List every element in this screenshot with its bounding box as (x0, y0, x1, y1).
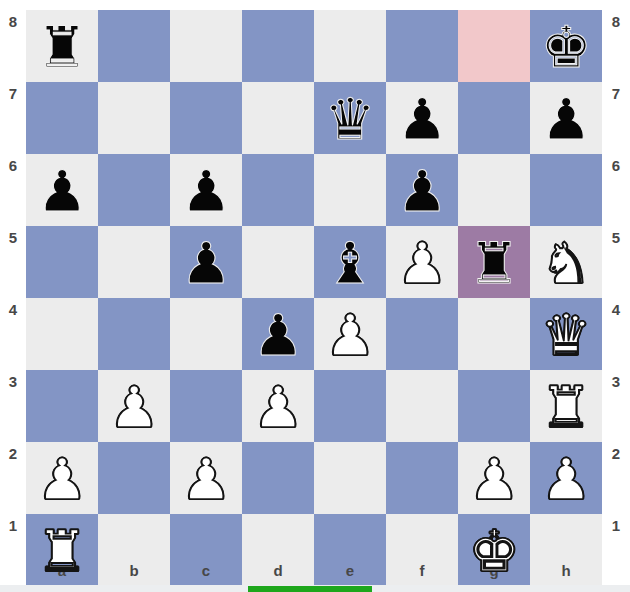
white-rook-a1[interactable]: ♜ (26, 514, 98, 586)
white-king-g1[interactable]: ♚ (458, 514, 530, 586)
chess-board-app: 87654321 ♜♚♛♟♟♟♟♟♟♝♟♜♞♟♟♛♟♟♜♟♟♟♟a♜bcdefg… (0, 0, 630, 592)
rank-label-4-left: 4 (0, 298, 26, 370)
square-a1[interactable]: a♜ (26, 514, 98, 586)
square-h4[interactable]: ♛ (530, 298, 602, 370)
square-e3[interactable] (314, 370, 386, 442)
square-g1[interactable]: g♚ (458, 514, 530, 586)
square-b5[interactable] (98, 226, 170, 298)
square-h1[interactable]: h (530, 514, 602, 586)
square-d1[interactable]: d (242, 514, 314, 586)
square-h7[interactable]: ♟ (530, 82, 602, 154)
square-a7[interactable] (26, 82, 98, 154)
square-c5[interactable]: ♟ (170, 226, 242, 298)
square-d7[interactable] (242, 82, 314, 154)
rank-label-2-right: 2 (602, 442, 630, 514)
square-e7[interactable]: ♛ (314, 82, 386, 154)
square-d8[interactable] (242, 10, 314, 82)
square-e1[interactable]: e (314, 514, 386, 586)
square-e6[interactable] (314, 154, 386, 226)
square-f7[interactable]: ♟ (386, 82, 458, 154)
file-label-d: d (242, 562, 314, 579)
white-rook-h3[interactable]: ♜ (530, 370, 602, 442)
square-d3[interactable]: ♟ (242, 370, 314, 442)
white-pawn-g2[interactable]: ♟ (458, 442, 530, 514)
square-c3[interactable] (170, 370, 242, 442)
square-d2[interactable] (242, 442, 314, 514)
square-a4[interactable] (26, 298, 98, 370)
rank-label-2-left: 2 (0, 442, 26, 514)
rank-label-7-right: 7 (602, 82, 630, 154)
rank-label-6-left: 6 (0, 154, 26, 226)
square-c1[interactable]: c (170, 514, 242, 586)
square-a3[interactable] (26, 370, 98, 442)
rank-label-3-left: 3 (0, 370, 26, 442)
black-pawn-f6[interactable]: ♟ (386, 154, 458, 226)
square-c4[interactable] (170, 298, 242, 370)
square-a6[interactable]: ♟ (26, 154, 98, 226)
square-g4[interactable] (458, 298, 530, 370)
white-pawn-b3[interactable]: ♟ (98, 370, 170, 442)
black-pawn-f7[interactable]: ♟ (386, 82, 458, 154)
rank-labels-left: 87654321 (0, 10, 26, 586)
square-c8[interactable] (170, 10, 242, 82)
square-g3[interactable] (458, 370, 530, 442)
black-pawn-d4[interactable]: ♟ (242, 298, 314, 370)
file-label-c: c (170, 562, 242, 579)
white-pawn-c2[interactable]: ♟ (170, 442, 242, 514)
square-e4[interactable]: ♟ (314, 298, 386, 370)
white-knight-h5[interactable]: ♞ (530, 226, 602, 298)
square-h2[interactable]: ♟ (530, 442, 602, 514)
progress-fill (248, 586, 372, 592)
black-pawn-c5[interactable]: ♟ (170, 226, 242, 298)
square-b7[interactable] (98, 82, 170, 154)
square-f5[interactable]: ♟ (386, 226, 458, 298)
square-d4[interactable]: ♟ (242, 298, 314, 370)
square-d6[interactable] (242, 154, 314, 226)
black-pawn-c6[interactable]: ♟ (170, 154, 242, 226)
rank-label-6-right: 6 (602, 154, 630, 226)
square-f4[interactable] (386, 298, 458, 370)
file-label-e: e (314, 562, 386, 579)
black-rook-g5[interactable]: ♜ (458, 226, 530, 298)
black-pawn-a6[interactable]: ♟ (26, 154, 98, 226)
white-pawn-d3[interactable]: ♟ (242, 370, 314, 442)
rank-label-5-right: 5 (602, 226, 630, 298)
black-pawn-h7[interactable]: ♟ (530, 82, 602, 154)
rank-label-3-right: 3 (602, 370, 630, 442)
white-queen-h4[interactable]: ♛ (530, 298, 602, 370)
square-f1[interactable]: f (386, 514, 458, 586)
black-bishop-e5[interactable]: ♝ (314, 226, 386, 298)
rank-label-4-right: 4 (602, 298, 630, 370)
square-h5[interactable]: ♞ (530, 226, 602, 298)
square-f2[interactable] (386, 442, 458, 514)
square-b4[interactable] (98, 298, 170, 370)
square-g2[interactable]: ♟ (458, 442, 530, 514)
square-b1[interactable]: b (98, 514, 170, 586)
square-a8[interactable]: ♜ (26, 10, 98, 82)
file-label-b: b (98, 562, 170, 579)
square-h8[interactable]: ♚ (530, 10, 602, 82)
square-e5[interactable]: ♝ (314, 226, 386, 298)
square-c2[interactable]: ♟ (170, 442, 242, 514)
square-b2[interactable] (98, 442, 170, 514)
square-g7[interactable] (458, 82, 530, 154)
white-pawn-a2[interactable]: ♟ (26, 442, 98, 514)
square-f6[interactable]: ♟ (386, 154, 458, 226)
rank-label-1-right: 1 (602, 514, 630, 586)
square-c6[interactable]: ♟ (170, 154, 242, 226)
square-e8[interactable] (314, 10, 386, 82)
square-a2[interactable]: ♟ (26, 442, 98, 514)
square-f3[interactable] (386, 370, 458, 442)
black-rook-a8[interactable]: ♜ (26, 10, 98, 82)
white-pawn-e4[interactable]: ♟ (314, 298, 386, 370)
file-label-h: h (530, 562, 602, 579)
rank-label-5-left: 5 (0, 226, 26, 298)
rank-label-8-right: 8 (602, 10, 630, 82)
rank-label-1-left: 1 (0, 514, 26, 586)
square-g5[interactable]: ♜ (458, 226, 530, 298)
square-b8[interactable] (98, 10, 170, 82)
square-c7[interactable] (170, 82, 242, 154)
square-h6[interactable] (530, 154, 602, 226)
square-b3[interactable]: ♟ (98, 370, 170, 442)
square-h3[interactable]: ♜ (530, 370, 602, 442)
chess-board: ♜♚♛♟♟♟♟♟♟♝♟♜♞♟♟♛♟♟♜♟♟♟♟a♜bcdefg♚h (26, 10, 602, 586)
square-g6[interactable] (458, 154, 530, 226)
square-d5[interactable] (242, 226, 314, 298)
file-label-f: f (386, 562, 458, 579)
square-f8[interactable] (386, 10, 458, 82)
rank-labels-right: 87654321 (602, 10, 630, 586)
white-pawn-h2[interactable]: ♟ (530, 442, 602, 514)
rank-label-8-left: 8 (0, 10, 26, 82)
square-e2[interactable] (314, 442, 386, 514)
square-g8[interactable] (458, 10, 530, 82)
square-a5[interactable] (26, 226, 98, 298)
square-b6[interactable] (98, 154, 170, 226)
black-queen-e7[interactable]: ♛ (314, 82, 386, 154)
white-pawn-f5[interactable]: ♟ (386, 226, 458, 298)
rank-label-7-left: 7 (0, 82, 26, 154)
black-king-h8[interactable]: ♚ (530, 10, 602, 82)
